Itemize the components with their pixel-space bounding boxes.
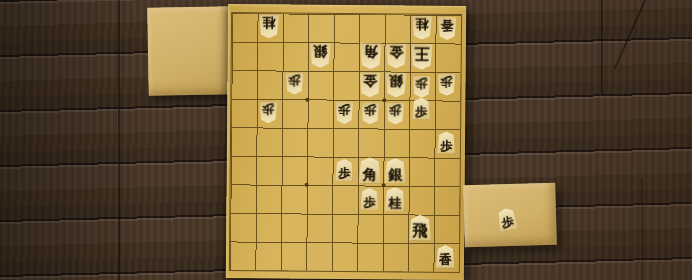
shogi-photo-scene: 桂桂香銀角金王歩金銀歩歩歩歩歩歩歩歩歩角銀歩桂飛香 歩 [0,0,692,280]
hand-piece-fu-pawn: 歩 [496,207,517,232]
komadai-bottom-right: 歩 [463,183,557,247]
piece-bottom-fu-pawn: 歩 [360,188,378,210]
piece-bottom-gin-silver: 銀 [385,158,406,183]
piece-bottom-fu-pawn: 歩 [437,131,455,153]
piece-top-fu-pawn: 歩 [387,102,405,124]
piece-top-kaku-bishop: 角 [360,43,382,69]
piece-bottom-kyosha-lance: 香 [436,245,455,268]
hoshi-dot [381,184,385,188]
hoshi-dot [382,98,386,102]
piece-top-kin-gold: 金 [360,72,381,97]
piece-top-ou-king: 王 [410,43,432,69]
board-pieces-layer: 桂桂香銀角金王歩金銀歩歩歩歩歩歩歩歩歩角銀歩桂飛香 [228,4,466,6]
piece-bottom-hisha-rook: 飛 [409,215,431,241]
table-plank-seam-diagonal [614,0,648,69]
hoshi-dot [306,97,310,101]
piece-bottom-kaku-bishop: 角 [359,157,381,183]
piece-top-kyosha-lance: 香 [438,17,457,40]
table-plank-seam [118,0,120,280]
piece-top-fu-pawn: 歩 [361,102,379,124]
komadai-top-left [147,6,234,95]
shogi-board: 桂桂香銀角金王歩金銀歩歩歩歩歩歩歩歩歩角銀歩桂飛香 [226,4,466,280]
piece-top-fu-pawn: 歩 [259,101,277,123]
hoshi-dot [305,183,309,187]
table-plank-seam [641,178,643,280]
piece-top-gin-silver: 銀 [385,72,406,97]
piece-bottom-fu-pawn: 歩 [412,98,430,120]
piece-bottom-keima-knight: 桂 [385,187,405,211]
table-plank-seam [601,0,603,95]
piece-bottom-fu-pawn: 歩 [335,159,353,181]
